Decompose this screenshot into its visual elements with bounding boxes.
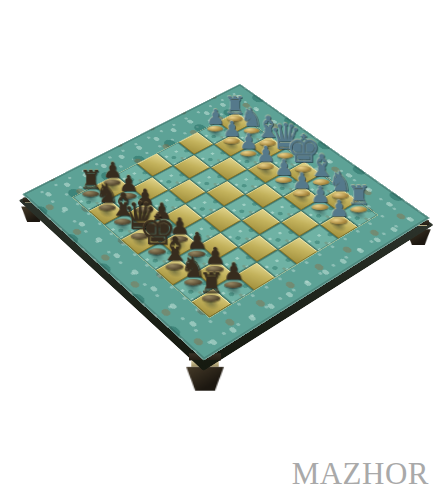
piece-base xyxy=(330,218,347,224)
rook-glyph: ♜ xyxy=(199,269,224,297)
pawn-glyph: ♟ xyxy=(310,184,330,206)
piece-base xyxy=(207,126,223,132)
pawn-glyph: ♟ xyxy=(223,260,244,284)
piece-base xyxy=(202,295,220,302)
piece-figure: ♟ xyxy=(274,157,293,183)
square-e4 xyxy=(204,206,241,231)
chess-board: ♜♞♝♛♚♝♞♜♟♟♟♟♟♟♟♟♟♟♟♟♟♟♟♟♜♞♝♛♚♝♞♜ xyxy=(22,84,431,361)
watermark: MAZHOR xyxy=(292,456,429,492)
piece-base xyxy=(225,281,243,287)
piece-base xyxy=(258,164,275,170)
piece-figure: ♟ xyxy=(329,198,349,224)
pawn-glyph: ♟ xyxy=(274,157,293,179)
piece-base xyxy=(275,177,292,183)
piece-base xyxy=(312,204,329,210)
piece-figure: ♜ xyxy=(347,182,370,212)
piece-figure: ♟ xyxy=(292,170,312,196)
piece-figure: ♟ xyxy=(310,184,330,210)
piece-base xyxy=(241,151,257,157)
piece-figure: ♟ xyxy=(223,260,244,288)
piece-figure: ♜ xyxy=(199,269,224,302)
piece-base xyxy=(224,138,240,144)
square-e5 xyxy=(225,195,262,220)
board-frame: ♜♞♝♛♚♝♞♜♟♟♟♟♟♟♟♟♟♟♟♟♟♟♟♟♜♞♝♛♚♝♞♜ xyxy=(22,84,431,361)
rook-glyph: ♜ xyxy=(347,182,370,208)
product-photo: ♜♞♝♛♚♝♞♜♟♟♟♟♟♟♟♟♟♟♟♟♟♟♟♟♜♞♝♛♚♝♞♜ MAZHOR xyxy=(0,0,433,498)
pawn-glyph: ♟ xyxy=(329,198,349,220)
piece-base xyxy=(293,190,310,196)
piece-base xyxy=(350,206,367,212)
pawn-glyph: ♟ xyxy=(292,170,312,192)
piece-figure: ♟ xyxy=(256,144,275,169)
